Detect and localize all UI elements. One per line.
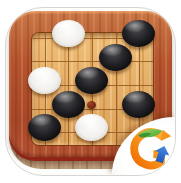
board-point bbox=[104, 73, 128, 97]
black-stone bbox=[122, 20, 155, 47]
board-point bbox=[127, 50, 151, 74]
board-point bbox=[80, 120, 104, 144]
board-point bbox=[57, 50, 81, 74]
board-point bbox=[104, 50, 128, 74]
board-point bbox=[33, 120, 57, 144]
board-point bbox=[127, 26, 151, 50]
board-point bbox=[127, 97, 151, 121]
board-point bbox=[57, 97, 81, 121]
board-point bbox=[33, 73, 57, 97]
board-point bbox=[80, 73, 104, 97]
black-stone bbox=[122, 91, 155, 118]
logo-g-arrow-tip bbox=[161, 130, 171, 141]
app-icon[interactable] bbox=[5, 7, 176, 176]
tencent-games-logo-icon bbox=[127, 125, 174, 172]
star-point-dot bbox=[87, 101, 96, 109]
board-point bbox=[57, 26, 81, 50]
board-point bbox=[80, 26, 104, 50]
